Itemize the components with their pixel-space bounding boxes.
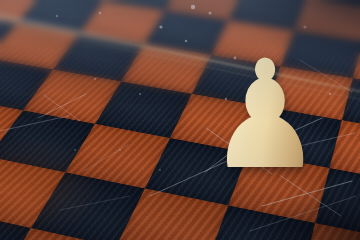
white-pawn[interactable]: ♟ xyxy=(192,40,338,190)
chessboard-photo: ♟ xyxy=(0,0,360,240)
white-pawn-glyph: ♟ xyxy=(208,40,322,190)
